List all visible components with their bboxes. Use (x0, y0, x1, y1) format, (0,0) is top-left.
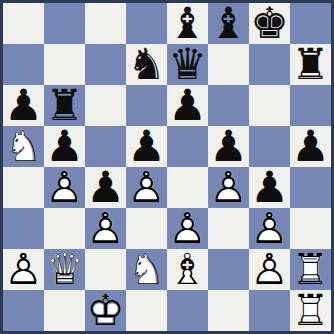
piece-outline-glyph: ♙ (3, 249, 44, 290)
square-e1[interactable] (167, 290, 208, 331)
square-a5[interactable]: ♞♘ (3, 126, 44, 167)
white-pawn[interactable]: ♟♙ (85, 208, 126, 249)
white-pawn[interactable]: ♟♙ (126, 167, 167, 208)
square-f4[interactable]: ♟♙ (208, 167, 249, 208)
square-c2[interactable] (85, 249, 126, 290)
square-b8[interactable] (44, 3, 85, 44)
piece-glyph: ♟ (208, 126, 249, 167)
square-a2[interactable]: ♟♙ (3, 249, 44, 290)
square-c3[interactable]: ♟♙ (85, 208, 126, 249)
square-d2[interactable]: ♞♘ (126, 249, 167, 290)
black-queen[interactable]: ♛ (167, 44, 208, 85)
white-pawn[interactable]: ♟♙ (167, 208, 208, 249)
white-bishop[interactable]: ♝♗ (167, 249, 208, 290)
square-h5[interactable]: ♟ (290, 126, 331, 167)
white-knight[interactable]: ♞♘ (126, 249, 167, 290)
square-a4[interactable] (3, 167, 44, 208)
square-a1[interactable] (3, 290, 44, 331)
black-king[interactable]: ♚ (249, 3, 290, 44)
piece-outline-glyph: ♖ (290, 249, 331, 290)
black-rook[interactable]: ♜ (44, 85, 85, 126)
piece-outline-glyph: ♕ (44, 249, 85, 290)
square-h1[interactable]: ♜♖ (290, 290, 331, 331)
square-g6[interactable] (249, 85, 290, 126)
square-h6[interactable] (290, 85, 331, 126)
square-c1[interactable]: ♚♔ (85, 290, 126, 331)
black-bishop[interactable]: ♝ (167, 3, 208, 44)
white-pawn[interactable]: ♟♙ (44, 167, 85, 208)
square-g7[interactable] (249, 44, 290, 85)
piece-outline-glyph: ♙ (44, 167, 85, 208)
piece-glyph: ♜ (44, 85, 85, 126)
black-pawn[interactable]: ♟ (44, 126, 85, 167)
square-f5[interactable]: ♟ (208, 126, 249, 167)
square-e7[interactable]: ♛ (167, 44, 208, 85)
square-e4[interactable] (167, 167, 208, 208)
square-c8[interactable] (85, 3, 126, 44)
piece-glyph: ♜ (290, 44, 331, 85)
black-pawn[interactable]: ♟ (85, 167, 126, 208)
square-e8[interactable]: ♝ (167, 3, 208, 44)
square-e2[interactable]: ♝♗ (167, 249, 208, 290)
square-g8[interactable]: ♚ (249, 3, 290, 44)
square-h2[interactable]: ♜♖ (290, 249, 331, 290)
square-b6[interactable]: ♜ (44, 85, 85, 126)
square-b3[interactable] (44, 208, 85, 249)
square-f2[interactable] (208, 249, 249, 290)
piece-glyph: ♞ (126, 44, 167, 85)
square-a7[interactable] (3, 44, 44, 85)
square-d5[interactable]: ♟ (126, 126, 167, 167)
square-b7[interactable] (44, 44, 85, 85)
piece-outline-glyph: ♙ (85, 208, 126, 249)
piece-outline-glyph: ♙ (249, 249, 290, 290)
piece-outline-glyph: ♘ (3, 126, 44, 167)
square-d8[interactable] (126, 3, 167, 44)
white-pawn[interactable]: ♟♙ (249, 208, 290, 249)
square-f8[interactable]: ♝ (208, 3, 249, 44)
square-g4[interactable]: ♟ (249, 167, 290, 208)
piece-outline-glyph: ♙ (208, 167, 249, 208)
square-b1[interactable] (44, 290, 85, 331)
black-bishop[interactable]: ♝ (208, 3, 249, 44)
piece-glyph: ♟ (85, 167, 126, 208)
piece-glyph: ♟ (3, 85, 44, 126)
square-b2[interactable]: ♛♕ (44, 249, 85, 290)
piece-outline-glyph: ♔ (85, 290, 126, 331)
black-pawn[interactable]: ♟ (126, 126, 167, 167)
square-c4[interactable]: ♟ (85, 167, 126, 208)
square-b4[interactable]: ♟♙ (44, 167, 85, 208)
piece-outline-glyph: ♖ (290, 290, 331, 331)
square-f6[interactable] (208, 85, 249, 126)
black-rook[interactable]: ♜ (290, 44, 331, 85)
piece-outline-glyph: ♙ (249, 208, 290, 249)
square-c6[interactable] (85, 85, 126, 126)
square-g1[interactable] (249, 290, 290, 331)
square-f1[interactable] (208, 290, 249, 331)
piece-glyph: ♝ (208, 3, 249, 44)
white-queen[interactable]: ♛♕ (44, 249, 85, 290)
square-c7[interactable] (85, 44, 126, 85)
piece-outline-glyph: ♗ (167, 249, 208, 290)
black-pawn[interactable]: ♟ (3, 85, 44, 126)
black-pawn[interactable]: ♟ (167, 85, 208, 126)
white-rook[interactable]: ♜♖ (290, 249, 331, 290)
square-e6[interactable]: ♟ (167, 85, 208, 126)
square-a3[interactable] (3, 208, 44, 249)
square-h4[interactable] (290, 167, 331, 208)
piece-outline-glyph: ♙ (126, 167, 167, 208)
piece-outline-glyph: ♘ (126, 249, 167, 290)
chess-board: ♝♝♚♞♛♜♟♜♟♞♘♟♟♟♟♟♙♟♟♙♟♙♟♟♙♟♙♟♙♟♙♛♕♞♘♝♗♟♙♜… (3, 3, 331, 331)
square-h3[interactable] (290, 208, 331, 249)
square-f7[interactable] (208, 44, 249, 85)
black-pawn[interactable]: ♟ (249, 167, 290, 208)
square-a8[interactable] (3, 3, 44, 44)
square-h8[interactable] (290, 3, 331, 44)
chess-board-frame: ♝♝♚♞♛♜♟♜♟♞♘♟♟♟♟♟♙♟♟♙♟♙♟♟♙♟♙♟♙♟♙♛♕♞♘♝♗♟♙♜… (0, 0, 334, 334)
piece-glyph: ♟ (290, 126, 331, 167)
white-rook[interactable]: ♜♖ (290, 290, 331, 331)
square-f3[interactable] (208, 208, 249, 249)
square-a6[interactable]: ♟ (3, 85, 44, 126)
piece-outline-glyph: ♙ (167, 208, 208, 249)
piece-glyph: ♟ (126, 126, 167, 167)
square-b5[interactable]: ♟ (44, 126, 85, 167)
white-pawn[interactable]: ♟♙ (249, 249, 290, 290)
white-knight[interactable]: ♞♘ (3, 126, 44, 167)
piece-glyph: ♚ (249, 3, 290, 44)
piece-glyph: ♟ (249, 167, 290, 208)
square-g3[interactable]: ♟♙ (249, 208, 290, 249)
square-e5[interactable] (167, 126, 208, 167)
square-d7[interactable]: ♞ (126, 44, 167, 85)
white-king[interactable]: ♚♔ (85, 290, 126, 331)
square-d3[interactable] (126, 208, 167, 249)
black-knight[interactable]: ♞ (126, 44, 167, 85)
square-h7[interactable]: ♜ (290, 44, 331, 85)
black-pawn[interactable]: ♟ (290, 126, 331, 167)
piece-glyph: ♟ (167, 85, 208, 126)
piece-glyph: ♟ (44, 126, 85, 167)
square-d1[interactable] (126, 290, 167, 331)
white-pawn[interactable]: ♟♙ (3, 249, 44, 290)
square-d6[interactable] (126, 85, 167, 126)
square-g2[interactable]: ♟♙ (249, 249, 290, 290)
square-e3[interactable]: ♟♙ (167, 208, 208, 249)
square-g5[interactable] (249, 126, 290, 167)
square-d4[interactable]: ♟♙ (126, 167, 167, 208)
piece-glyph: ♝ (167, 3, 208, 44)
piece-glyph: ♛ (167, 44, 208, 85)
black-pawn[interactable]: ♟ (208, 126, 249, 167)
square-c5[interactable] (85, 126, 126, 167)
white-pawn[interactable]: ♟♙ (208, 167, 249, 208)
